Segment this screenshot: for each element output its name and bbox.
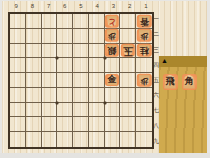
board-cell[interactable] [73, 88, 89, 103]
board-cell[interactable] [42, 103, 58, 118]
board-cell[interactable] [42, 132, 58, 147]
board-cell[interactable] [89, 117, 105, 132]
board-cell[interactable] [26, 117, 42, 132]
board-cell[interactable] [42, 44, 58, 59]
board-cell[interactable] [26, 29, 42, 44]
board-cell[interactable]: 桂 [136, 44, 152, 59]
hand-panel: ▲ 飛角 [159, 56, 207, 153]
board-cell[interactable] [89, 73, 105, 88]
board-cell[interactable] [10, 44, 26, 59]
shogi-piece-sente[interactable]: 金 [105, 74, 119, 87]
piece-glyph: 歩 [137, 29, 152, 42]
piece-glyph: 銀 [105, 44, 119, 57]
board-cell[interactable] [57, 103, 73, 118]
piece-glyph: 歩 [105, 29, 119, 42]
board-cell[interactable]: 金 [105, 73, 121, 88]
board-cell[interactable] [73, 14, 89, 29]
board-cell[interactable] [26, 14, 42, 29]
board-cell[interactable] [57, 14, 73, 29]
board-cell[interactable]: 銀 [105, 44, 121, 59]
board-cell[interactable] [136, 88, 152, 103]
tsume-shogi-screenshot: 987654321 一二三四五六七八九 と香歩歩銀玉桂金歩 ▲ 飛角 [0, 0, 210, 158]
board-cell[interactable] [105, 103, 121, 118]
board-cell[interactable] [105, 132, 121, 147]
shogi-piece-gote[interactable]: と [105, 15, 119, 28]
shogi-piece-gote[interactable]: 歩 [137, 29, 152, 42]
komadai: 飛角 [162, 73, 204, 90]
board-cell[interactable] [136, 117, 152, 132]
board-cell[interactable] [26, 58, 42, 73]
board-cell[interactable] [10, 132, 26, 147]
star-point [56, 101, 59, 104]
board-cell[interactable] [120, 132, 136, 147]
file-label: 5 [73, 1, 89, 11]
board-cell[interactable] [120, 14, 136, 29]
board-cell[interactable] [57, 132, 73, 147]
shogi-piece-gote[interactable]: 玉 [121, 44, 135, 57]
board-cell[interactable] [26, 103, 42, 118]
page-edge-strip [0, 153, 210, 158]
shogi-piece-gote[interactable]: 香 [137, 15, 152, 28]
shogi-piece-gote[interactable]: 桂 [137, 44, 152, 57]
board-cell[interactable] [42, 88, 58, 103]
board-cell[interactable] [73, 58, 89, 73]
board-cell[interactable] [89, 44, 105, 59]
file-label: 8 [24, 1, 40, 11]
board-cell[interactable] [10, 73, 26, 88]
board-cell[interactable] [57, 44, 73, 59]
file-label: 6 [57, 1, 73, 11]
shogi-piece-gote[interactable]: 歩 [105, 29, 119, 42]
board-cell[interactable] [105, 117, 121, 132]
board-cell[interactable] [73, 44, 89, 59]
star-point [103, 101, 106, 104]
board-cell[interactable] [120, 58, 136, 73]
board-cell[interactable] [42, 117, 58, 132]
piece-glyph: 玉 [121, 44, 135, 57]
board-cell[interactable] [89, 58, 105, 73]
hand-piece-slot: 飛 [162, 73, 178, 90]
board-cell[interactable] [42, 14, 58, 29]
board-cell[interactable]: 歩 [136, 29, 152, 44]
board-cell[interactable] [120, 73, 136, 88]
board-cell[interactable] [105, 58, 121, 73]
board-cell[interactable] [57, 73, 73, 88]
piece-glyph: 金 [105, 74, 119, 87]
piece-glyph: 角 [182, 74, 197, 90]
board-cell[interactable] [57, 88, 73, 103]
file-label: 4 [89, 1, 105, 11]
board-cell[interactable] [73, 117, 89, 132]
piece-glyph: 飛 [163, 74, 178, 90]
board-cell[interactable] [26, 44, 42, 59]
board-cell[interactable] [73, 29, 89, 44]
hand-piece-slot: 角 [181, 73, 197, 90]
board-cell[interactable]: 香 [136, 14, 152, 29]
board-cell[interactable] [26, 132, 42, 147]
board-cell[interactable] [136, 103, 152, 118]
board-cell[interactable] [120, 117, 136, 132]
piece-glyph: 桂 [137, 44, 152, 57]
star-point [56, 57, 59, 60]
shogi-board: と香歩歩銀玉桂金歩 [10, 14, 152, 147]
board-cell[interactable] [73, 132, 89, 147]
shogi-piece-sente[interactable]: 飛 [163, 74, 178, 90]
board-cell[interactable] [42, 73, 58, 88]
board-cell[interactable]: と [105, 14, 121, 29]
board-frame: と香歩歩銀玉桂金歩 [8, 12, 154, 149]
board-cell[interactable]: 玉 [120, 44, 136, 59]
sente-triangle-mark: ▲ [161, 57, 168, 65]
board-cell[interactable] [42, 29, 58, 44]
board-cell[interactable] [57, 29, 73, 44]
board-cell[interactable] [57, 117, 73, 132]
file-label: 1 [138, 1, 154, 11]
board-cell[interactable] [26, 73, 42, 88]
piece-glyph: と [105, 15, 119, 28]
board-cell[interactable] [136, 132, 152, 147]
shogi-piece-gote[interactable]: 銀 [105, 44, 119, 57]
board-cell[interactable] [10, 58, 26, 73]
board-cell[interactable] [42, 58, 58, 73]
file-label: 3 [105, 1, 121, 11]
file-label: 7 [40, 1, 56, 11]
piece-glyph: 香 [137, 15, 152, 28]
piece-glyph: 歩 [137, 74, 152, 87]
board-cell[interactable] [10, 103, 26, 118]
board-cell[interactable] [89, 88, 105, 103]
board-cell[interactable] [89, 132, 105, 147]
board-cell[interactable] [105, 88, 121, 103]
board-cell[interactable] [10, 29, 26, 44]
board-cell[interactable]: 歩 [136, 73, 152, 88]
board-cell[interactable] [73, 73, 89, 88]
file-labels: 987654321 [8, 1, 154, 11]
board-cell[interactable] [10, 88, 26, 103]
board-cell[interactable]: 歩 [105, 29, 121, 44]
file-label: 9 [8, 1, 24, 11]
board-cell[interactable] [73, 103, 89, 118]
board-cell[interactable] [89, 103, 105, 118]
board-cell[interactable] [120, 88, 136, 103]
board-cell[interactable] [57, 58, 73, 73]
board-cell[interactable] [89, 29, 105, 44]
shogi-piece-sente[interactable]: 角 [182, 74, 197, 90]
board-cell[interactable] [10, 117, 26, 132]
shogi-piece-gote[interactable]: 歩 [137, 74, 152, 87]
star-point [103, 57, 106, 60]
board-cell[interactable] [120, 103, 136, 118]
board-cell[interactable] [10, 14, 26, 29]
file-label: 2 [122, 1, 138, 11]
board-cell[interactable] [136, 58, 152, 73]
board-cell[interactable] [26, 88, 42, 103]
board-cell[interactable] [89, 14, 105, 29]
board-cell[interactable] [120, 29, 136, 44]
